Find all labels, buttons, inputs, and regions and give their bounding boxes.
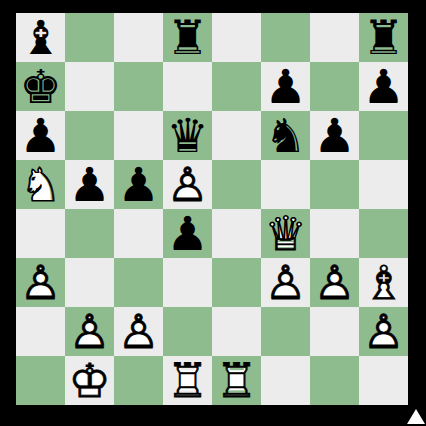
- square-g6[interactable]: ♟: [310, 111, 359, 160]
- square-f6[interactable]: ♞: [261, 111, 310, 160]
- square-e3[interactable]: [212, 258, 261, 307]
- square-h1[interactable]: [359, 356, 408, 405]
- square-a1[interactable]: [16, 356, 65, 405]
- square-c2[interactable]: ♟♙: [114, 307, 163, 356]
- square-b8[interactable]: [65, 13, 114, 62]
- black-pawn-glyph: ♟: [163, 209, 212, 256]
- square-h3[interactable]: ♝♗: [359, 258, 408, 307]
- square-e5[interactable]: [212, 160, 261, 209]
- board-frame: ♝♜♜♚♟♟♟♛♞♟♞♘♟♟♟♙♟♛♕♟♙♟♙♟♙♝♗♟♙♟♙♟♙♚♔♜♖♜♖: [0, 0, 426, 426]
- square-e1[interactable]: ♜♖: [212, 356, 261, 405]
- square-f7[interactable]: ♟: [261, 62, 310, 111]
- square-d3[interactable]: [163, 258, 212, 307]
- square-g3[interactable]: ♟♙: [310, 258, 359, 307]
- square-h7[interactable]: ♟: [359, 62, 408, 111]
- white-rook-outline-glyph: ♖: [212, 356, 261, 403]
- white-king-outline-glyph: ♔: [65, 356, 114, 403]
- black-rook-glyph: ♜: [163, 13, 212, 60]
- black-pawn-glyph: ♟: [114, 160, 163, 207]
- square-c8[interactable]: [114, 13, 163, 62]
- white-pawn-outline-glyph: ♙: [65, 307, 114, 354]
- white-pawn-outline-glyph: ♙: [261, 258, 310, 305]
- square-b3[interactable]: [65, 258, 114, 307]
- white-bishop-outline-glyph: ♗: [359, 258, 408, 305]
- square-b6[interactable]: [65, 111, 114, 160]
- square-a6[interactable]: ♟: [16, 111, 65, 160]
- square-c6[interactable]: [114, 111, 163, 160]
- white-rook-outline-glyph: ♖: [163, 356, 212, 403]
- square-d6[interactable]: ♛: [163, 111, 212, 160]
- white-pawn-outline-glyph: ♙: [16, 258, 65, 305]
- piece-black-rook[interactable]: ♜: [163, 13, 212, 62]
- square-d8[interactable]: ♜: [163, 13, 212, 62]
- square-g2[interactable]: [310, 307, 359, 356]
- square-f1[interactable]: [261, 356, 310, 405]
- black-pawn-glyph: ♟: [65, 160, 114, 207]
- piece-white-pawn[interactable]: ♟♙: [65, 307, 114, 356]
- square-c4[interactable]: [114, 209, 163, 258]
- piece-black-pawn[interactable]: ♟: [163, 209, 212, 258]
- square-g5[interactable]: [310, 160, 359, 209]
- square-e6[interactable]: [212, 111, 261, 160]
- piece-black-knight[interactable]: ♞: [261, 111, 310, 160]
- piece-white-rook[interactable]: ♜♖: [212, 356, 261, 405]
- square-d2[interactable]: [163, 307, 212, 356]
- black-pawn-glyph: ♟: [359, 62, 408, 109]
- square-f8[interactable]: [261, 13, 310, 62]
- piece-white-king[interactable]: ♚♔: [65, 356, 114, 405]
- square-a7[interactable]: ♚: [16, 62, 65, 111]
- piece-white-knight[interactable]: ♞♘: [16, 160, 65, 209]
- piece-black-pawn[interactable]: ♟: [310, 111, 359, 160]
- square-h5[interactable]: [359, 160, 408, 209]
- piece-black-bishop[interactable]: ♝: [16, 13, 65, 62]
- square-e7[interactable]: [212, 62, 261, 111]
- square-d7[interactable]: [163, 62, 212, 111]
- piece-white-pawn[interactable]: ♟♙: [114, 307, 163, 356]
- square-h8[interactable]: ♜: [359, 13, 408, 62]
- square-c1[interactable]: [114, 356, 163, 405]
- square-a4[interactable]: [16, 209, 65, 258]
- piece-white-pawn[interactable]: ♟♙: [359, 307, 408, 356]
- white-pawn-outline-glyph: ♙: [359, 307, 408, 354]
- square-g7[interactable]: [310, 62, 359, 111]
- black-king-glyph: ♚: [16, 62, 65, 109]
- square-b4[interactable]: [65, 209, 114, 258]
- square-e2[interactable]: [212, 307, 261, 356]
- black-rook-glyph: ♜: [359, 13, 408, 60]
- piece-white-queen[interactable]: ♛♕: [261, 209, 310, 258]
- square-b2[interactable]: ♟♙: [65, 307, 114, 356]
- square-h4[interactable]: [359, 209, 408, 258]
- square-a8[interactable]: ♝: [16, 13, 65, 62]
- square-f3[interactable]: ♟♙: [261, 258, 310, 307]
- piece-white-pawn[interactable]: ♟♙: [261, 258, 310, 307]
- piece-black-pawn[interactable]: ♟: [16, 111, 65, 160]
- white-pawn-outline-glyph: ♙: [114, 307, 163, 354]
- piece-black-queen[interactable]: ♛: [163, 111, 212, 160]
- piece-white-rook[interactable]: ♜♖: [163, 356, 212, 405]
- square-d5[interactable]: ♟♙: [163, 160, 212, 209]
- piece-black-pawn[interactable]: ♟: [65, 160, 114, 209]
- square-g1[interactable]: [310, 356, 359, 405]
- black-queen-glyph: ♛: [163, 111, 212, 158]
- piece-white-pawn[interactable]: ♟♙: [310, 258, 359, 307]
- black-bishop-glyph: ♝: [16, 13, 65, 60]
- square-b1[interactable]: ♚♔: [65, 356, 114, 405]
- square-c5[interactable]: ♟: [114, 160, 163, 209]
- piece-black-pawn[interactable]: ♟: [261, 62, 310, 111]
- square-g8[interactable]: [310, 13, 359, 62]
- square-a3[interactable]: ♟♙: [16, 258, 65, 307]
- square-e8[interactable]: [212, 13, 261, 62]
- square-b7[interactable]: [65, 62, 114, 111]
- white-pawn-outline-glyph: ♙: [310, 258, 359, 305]
- side-to-move-indicator: [407, 409, 425, 424]
- black-pawn-glyph: ♟: [16, 111, 65, 158]
- square-f5[interactable]: [261, 160, 310, 209]
- chess-board: ♝♜♜♚♟♟♟♛♞♟♞♘♟♟♟♙♟♛♕♟♙♟♙♟♙♝♗♟♙♟♙♟♙♚♔♜♖♜♖: [16, 13, 408, 405]
- square-e4[interactable]: [212, 209, 261, 258]
- black-pawn-glyph: ♟: [310, 111, 359, 158]
- square-b5[interactable]: ♟: [65, 160, 114, 209]
- piece-black-rook[interactable]: ♜: [359, 13, 408, 62]
- piece-white-bishop[interactable]: ♝♗: [359, 258, 408, 307]
- black-knight-glyph: ♞: [261, 111, 310, 158]
- square-d1[interactable]: ♜♖: [163, 356, 212, 405]
- square-a5[interactable]: ♞♘: [16, 160, 65, 209]
- square-d4[interactable]: ♟: [163, 209, 212, 258]
- square-c7[interactable]: [114, 62, 163, 111]
- square-a2[interactable]: [16, 307, 65, 356]
- white-queen-outline-glyph: ♕: [261, 209, 310, 256]
- piece-black-king[interactable]: ♚: [16, 62, 65, 111]
- square-f4[interactable]: ♛♕: [261, 209, 310, 258]
- black-pawn-glyph: ♟: [261, 62, 310, 109]
- white-knight-outline-glyph: ♘: [16, 160, 65, 207]
- piece-white-pawn[interactable]: ♟♙: [16, 258, 65, 307]
- square-c3[interactable]: [114, 258, 163, 307]
- white-pawn-outline-glyph: ♙: [163, 160, 212, 207]
- piece-white-pawn[interactable]: ♟♙: [163, 160, 212, 209]
- square-h2[interactable]: ♟♙: [359, 307, 408, 356]
- square-f2[interactable]: [261, 307, 310, 356]
- piece-black-pawn[interactable]: ♟: [359, 62, 408, 111]
- piece-black-pawn[interactable]: ♟: [114, 160, 163, 209]
- square-g4[interactable]: [310, 209, 359, 258]
- square-h6[interactable]: [359, 111, 408, 160]
